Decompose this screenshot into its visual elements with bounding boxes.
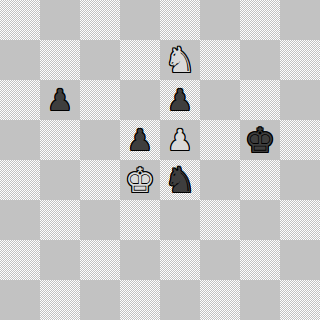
square-b6[interactable]: ♟: [40, 80, 80, 120]
square-c8[interactable]: [80, 0, 120, 40]
black-pawn[interactable]: ♟: [47, 86, 73, 115]
square-c7[interactable]: [80, 40, 120, 80]
square-g1[interactable]: [240, 280, 280, 320]
square-h8[interactable]: [280, 0, 320, 40]
square-d4[interactable]: ♚: [120, 160, 160, 200]
square-g4[interactable]: [240, 160, 280, 200]
square-f1[interactable]: [200, 280, 240, 320]
square-e8[interactable]: [160, 0, 200, 40]
square-f3[interactable]: [200, 200, 240, 240]
black-knight[interactable]: ♞: [164, 163, 195, 198]
square-a3[interactable]: [0, 200, 40, 240]
square-a1[interactable]: [0, 280, 40, 320]
square-g7[interactable]: [240, 40, 280, 80]
square-d8[interactable]: [120, 0, 160, 40]
square-h4[interactable]: [280, 160, 320, 200]
square-c4[interactable]: [80, 160, 120, 200]
square-c5[interactable]: [80, 120, 120, 160]
black-pawn[interactable]: ♟: [167, 86, 193, 115]
square-e2[interactable]: [160, 240, 200, 280]
square-d2[interactable]: [120, 240, 160, 280]
square-h7[interactable]: [280, 40, 320, 80]
white-pawn[interactable]: ♟: [167, 126, 193, 155]
square-h5[interactable]: [280, 120, 320, 160]
square-d7[interactable]: [120, 40, 160, 80]
square-g3[interactable]: [240, 200, 280, 240]
square-c1[interactable]: [80, 280, 120, 320]
square-f6[interactable]: [200, 80, 240, 120]
square-a6[interactable]: [0, 80, 40, 120]
square-g2[interactable]: [240, 240, 280, 280]
square-e7[interactable]: ♞: [160, 40, 200, 80]
square-f2[interactable]: [200, 240, 240, 280]
square-a7[interactable]: [0, 40, 40, 80]
square-c6[interactable]: [80, 80, 120, 120]
square-g5[interactable]: ♚: [240, 120, 280, 160]
square-c2[interactable]: [80, 240, 120, 280]
square-c3[interactable]: [80, 200, 120, 240]
square-b5[interactable]: [40, 120, 80, 160]
black-king[interactable]: ♚: [245, 123, 275, 157]
square-h2[interactable]: [280, 240, 320, 280]
square-d3[interactable]: [120, 200, 160, 240]
square-h6[interactable]: [280, 80, 320, 120]
square-g8[interactable]: [240, 0, 280, 40]
square-b8[interactable]: [40, 0, 80, 40]
square-b2[interactable]: [40, 240, 80, 280]
square-e3[interactable]: [160, 200, 200, 240]
white-knight[interactable]: ♞: [164, 43, 195, 78]
square-a4[interactable]: [0, 160, 40, 200]
square-e5[interactable]: ♟: [160, 120, 200, 160]
square-e4[interactable]: ♞: [160, 160, 200, 200]
square-f7[interactable]: [200, 40, 240, 80]
white-king[interactable]: ♚: [125, 163, 155, 197]
square-a2[interactable]: [0, 240, 40, 280]
square-a5[interactable]: [0, 120, 40, 160]
square-b4[interactable]: [40, 160, 80, 200]
square-f8[interactable]: [200, 0, 240, 40]
square-b1[interactable]: [40, 280, 80, 320]
square-d5[interactable]: ♟: [120, 120, 160, 160]
square-d6[interactable]: [120, 80, 160, 120]
square-h1[interactable]: [280, 280, 320, 320]
square-f4[interactable]: [200, 160, 240, 200]
chess-board: ♞♟♟♟♟♚♚♞: [0, 0, 320, 320]
square-f5[interactable]: [200, 120, 240, 160]
square-a8[interactable]: [0, 0, 40, 40]
square-e1[interactable]: [160, 280, 200, 320]
square-b7[interactable]: [40, 40, 80, 80]
square-d1[interactable]: [120, 280, 160, 320]
square-h3[interactable]: [280, 200, 320, 240]
black-pawn[interactable]: ♟: [127, 126, 153, 155]
square-b3[interactable]: [40, 200, 80, 240]
square-e6[interactable]: ♟: [160, 80, 200, 120]
square-g6[interactable]: [240, 80, 280, 120]
